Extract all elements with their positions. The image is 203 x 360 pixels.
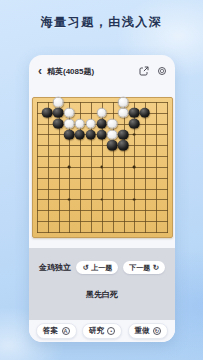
white-stone bbox=[64, 108, 75, 119]
hero-title: 海量习题，由浅入深 bbox=[0, 14, 203, 31]
prev-problem-label: 上一题 bbox=[91, 263, 112, 273]
white-stone bbox=[107, 118, 118, 129]
prev-problem-button[interactable]: ↺ 上一题 bbox=[76, 261, 118, 274]
answer-label: 答案 bbox=[43, 326, 58, 336]
nav-group: ↺ 上一题 下一题 ↻ bbox=[76, 261, 165, 274]
next-problem-button[interactable]: 下一题 ↻ bbox=[123, 261, 165, 274]
white-stone bbox=[96, 108, 107, 119]
research-icon: • bbox=[107, 327, 115, 335]
white-stone bbox=[64, 118, 75, 129]
star-point bbox=[133, 166, 136, 169]
star-point bbox=[100, 198, 103, 201]
next-arrow-icon: ↻ bbox=[153, 264, 159, 272]
white-stone bbox=[118, 97, 129, 108]
black-stone bbox=[85, 129, 96, 140]
answer-button[interactable]: 答案 A bbox=[36, 323, 77, 339]
black-stone bbox=[118, 129, 129, 140]
redo-button[interactable]: 重做 ↻ bbox=[128, 323, 169, 339]
go-board[interactable] bbox=[32, 97, 173, 238]
info-panel: 金鸡独立 ↺ 上一题 下一题 ↻ 黑先白死 bbox=[29, 248, 175, 330]
redo-icon: ↻ bbox=[153, 327, 161, 335]
next-problem-label: 下一题 bbox=[129, 263, 150, 273]
black-stone bbox=[118, 140, 129, 151]
action-bar: 答案 A 研究 • 重做 ↻ bbox=[29, 320, 175, 342]
research-button[interactable]: 研究 • bbox=[82, 323, 123, 339]
black-stone bbox=[75, 129, 86, 140]
answer-icon: A bbox=[62, 327, 70, 335]
white-stone bbox=[107, 129, 118, 140]
page-title: 精英(4085题) bbox=[47, 66, 94, 77]
info-row: 金鸡独立 ↺ 上一题 下一题 ↻ bbox=[29, 248, 175, 274]
star-point bbox=[100, 166, 103, 169]
puzzle-card: ‹ 精英(4085题) 金鸡独立 ↺ 上一题 bbox=[29, 55, 175, 342]
star-point bbox=[133, 198, 136, 201]
prev-arrow-icon: ↺ bbox=[82, 264, 88, 272]
black-stone bbox=[42, 108, 53, 119]
settings-icon[interactable] bbox=[158, 67, 166, 75]
white-stone bbox=[53, 97, 64, 108]
share-icon[interactable] bbox=[139, 66, 149, 76]
star-point bbox=[133, 133, 136, 136]
header-icons bbox=[139, 66, 166, 76]
black-stone bbox=[129, 118, 140, 129]
black-stone bbox=[96, 129, 107, 140]
redo-label: 重做 bbox=[135, 326, 150, 336]
black-stone bbox=[64, 129, 75, 140]
black-stone bbox=[53, 118, 64, 129]
back-icon[interactable]: ‹ bbox=[38, 65, 42, 77]
black-stone bbox=[129, 108, 140, 119]
technique-label: 金鸡独立 bbox=[39, 262, 71, 273]
black-stone bbox=[96, 118, 107, 129]
black-stone bbox=[140, 108, 151, 119]
white-stone bbox=[118, 108, 129, 119]
task-label: 黑先白死 bbox=[29, 289, 175, 300]
board-grid bbox=[37, 102, 168, 233]
white-stone bbox=[85, 118, 96, 129]
white-stone bbox=[75, 118, 86, 129]
board-area bbox=[29, 97, 175, 248]
star-point bbox=[68, 166, 71, 169]
black-stone bbox=[107, 140, 118, 151]
card-header: ‹ 精英(4085题) bbox=[29, 55, 175, 87]
star-point bbox=[68, 198, 71, 201]
black-stone bbox=[53, 108, 64, 119]
research-label: 研究 bbox=[89, 326, 104, 336]
app-screen: 海量习题，由浅入深 ‹ 精英(4085题) 金鸡独立 bbox=[0, 0, 203, 360]
